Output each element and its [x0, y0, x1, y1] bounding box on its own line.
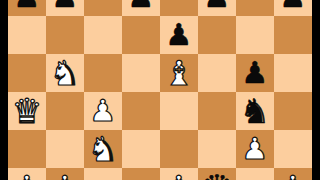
square-c3[interactable]: ♞ — [84, 130, 122, 168]
square-a4[interactable]: ♛ — [8, 92, 46, 130]
white-pawn-e2[interactable]: ♟ — [166, 172, 193, 180]
square-g3[interactable]: ♟ — [236, 130, 274, 168]
white-queen-a4[interactable]: ♛ — [12, 94, 42, 128]
square-a7[interactable]: ♟ — [8, 0, 46, 16]
white-pawn-a2[interactable]: ♟ — [14, 172, 41, 180]
square-e4[interactable] — [160, 92, 198, 130]
square-g6[interactable] — [236, 16, 274, 54]
white-pawn-b2[interactable]: ♟ — [52, 172, 79, 180]
black-pawn-h7[interactable]: ♟ — [280, 0, 307, 12]
black-pawn-f7[interactable]: ♟ — [204, 0, 231, 12]
square-e2[interactable]: ♟ — [160, 168, 198, 180]
black-pawn-a7[interactable]: ♟ — [14, 0, 41, 12]
square-b7[interactable]: ♟ — [46, 0, 84, 16]
black-pawn-b7[interactable]: ♟ — [52, 0, 79, 12]
square-e5[interactable]: ♝ — [160, 54, 198, 92]
white-pawn-c4[interactable]: ♟ — [90, 96, 117, 126]
black-knight-g4[interactable]: ♞ — [240, 94, 270, 128]
square-e7[interactable] — [160, 0, 198, 16]
square-a5[interactable] — [8, 54, 46, 92]
square-e3[interactable] — [160, 130, 198, 168]
square-b4[interactable] — [46, 92, 84, 130]
square-h6[interactable] — [274, 16, 312, 54]
chess-board: ♟♟♟♟♟♟♞♝♟♛♟♞♞♟♟♟♟♛♟ — [8, 0, 312, 180]
square-g2[interactable] — [236, 168, 274, 180]
square-h7[interactable]: ♟ — [274, 0, 312, 16]
black-pawn-d7[interactable]: ♟ — [128, 0, 155, 12]
square-f2[interactable]: ♛ — [198, 168, 236, 180]
square-a6[interactable] — [8, 16, 46, 54]
square-f7[interactable]: ♟ — [198, 0, 236, 16]
black-pawn-g5[interactable]: ♟ — [242, 58, 269, 88]
white-knight-c3[interactable]: ♞ — [88, 132, 118, 166]
square-d5[interactable] — [122, 54, 160, 92]
square-h3[interactable] — [274, 130, 312, 168]
white-bishop-e5[interactable]: ♝ — [164, 56, 194, 90]
black-pawn-e6[interactable]: ♟ — [166, 20, 193, 50]
square-f5[interactable] — [198, 54, 236, 92]
square-c6[interactable] — [84, 16, 122, 54]
square-f3[interactable] — [198, 130, 236, 168]
square-c7[interactable] — [84, 0, 122, 16]
square-b2[interactable]: ♟ — [46, 168, 84, 180]
square-h4[interactable] — [274, 92, 312, 130]
square-b3[interactable] — [46, 130, 84, 168]
square-e6[interactable]: ♟ — [160, 16, 198, 54]
square-c5[interactable] — [84, 54, 122, 92]
square-f6[interactable] — [198, 16, 236, 54]
square-h2[interactable]: ♟ — [274, 168, 312, 180]
square-f4[interactable] — [198, 92, 236, 130]
square-g4[interactable]: ♞ — [236, 92, 274, 130]
black-queen-f2[interactable]: ♛ — [202, 170, 232, 180]
square-d6[interactable] — [122, 16, 160, 54]
square-b6[interactable] — [46, 16, 84, 54]
square-d3[interactable] — [122, 130, 160, 168]
white-knight-b5[interactable]: ♞ — [50, 56, 80, 90]
square-d2[interactable] — [122, 168, 160, 180]
square-g7[interactable] — [236, 0, 274, 16]
square-c4[interactable]: ♟ — [84, 92, 122, 130]
white-pawn-h2[interactable]: ♟ — [280, 172, 307, 180]
white-pawn-g3[interactable]: ♟ — [242, 134, 269, 164]
square-d4[interactable] — [122, 92, 160, 130]
square-a3[interactable] — [8, 130, 46, 168]
square-h5[interactable] — [274, 54, 312, 92]
square-c2[interactable] — [84, 168, 122, 180]
square-b5[interactable]: ♞ — [46, 54, 84, 92]
square-g5[interactable]: ♟ — [236, 54, 274, 92]
square-a2[interactable]: ♟ — [8, 168, 46, 180]
square-d7[interactable]: ♟ — [122, 0, 160, 16]
chess-app-viewport: ♟♟♟♟♟♟♞♝♟♛♟♞♞♟♟♟♟♛♟ — [0, 0, 320, 180]
